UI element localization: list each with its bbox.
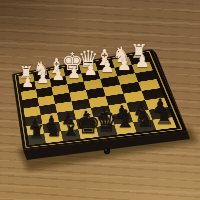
square-g8 [44,131,63,143]
board-clasp-highlight [105,149,107,151]
board-clasp [104,148,110,154]
square-h8 [28,133,46,145]
chess-set-photo: ♜♞♝♚♛♝♞♜♟♟♟♟♟♟♟♟♟♟♟♟♟♟♟♟♜♞♝♚♛♝♞♜ [0,0,200,200]
